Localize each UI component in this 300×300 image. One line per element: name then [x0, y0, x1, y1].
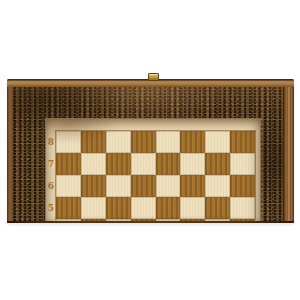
board-grid: [56, 131, 255, 219]
square: [131, 153, 156, 175]
case-right-edge: [283, 87, 294, 223]
case-left-edge: [7, 87, 13, 223]
square: [205, 131, 230, 153]
square: [106, 153, 131, 175]
square: [156, 131, 181, 153]
square: [81, 131, 106, 153]
rank-label-7: 7: [46, 153, 56, 175]
chessboard-inlay: 8765: [45, 118, 261, 223]
rank-label-5: 5: [46, 197, 56, 219]
brass-clasp-icon: [148, 73, 159, 81]
square: [131, 175, 156, 197]
square: [205, 197, 230, 219]
square: [180, 175, 205, 197]
square: [205, 153, 230, 175]
square: [230, 153, 255, 175]
square: [180, 153, 205, 175]
square: [180, 131, 205, 153]
square: [156, 197, 181, 219]
square: [230, 197, 255, 219]
square: [230, 131, 255, 153]
rank-label-6: 6: [46, 175, 56, 197]
square: [156, 153, 181, 175]
square: [106, 131, 131, 153]
square: [131, 131, 156, 153]
square: [156, 175, 181, 197]
square: [56, 175, 81, 197]
square: [106, 197, 131, 219]
wooden-chess-case: 8765: [7, 79, 294, 223]
square: [106, 175, 131, 197]
square: [56, 153, 81, 175]
square: [81, 197, 106, 219]
square: [81, 153, 106, 175]
square: [56, 197, 81, 219]
rank-label-8: 8: [46, 131, 56, 153]
square: [56, 131, 81, 153]
case-bottom-edge: [7, 221, 294, 223]
square: [131, 197, 156, 219]
square: [205, 175, 230, 197]
square: [81, 175, 106, 197]
product-photo: 8765: [0, 0, 300, 300]
square: [180, 197, 205, 219]
square: [230, 175, 255, 197]
